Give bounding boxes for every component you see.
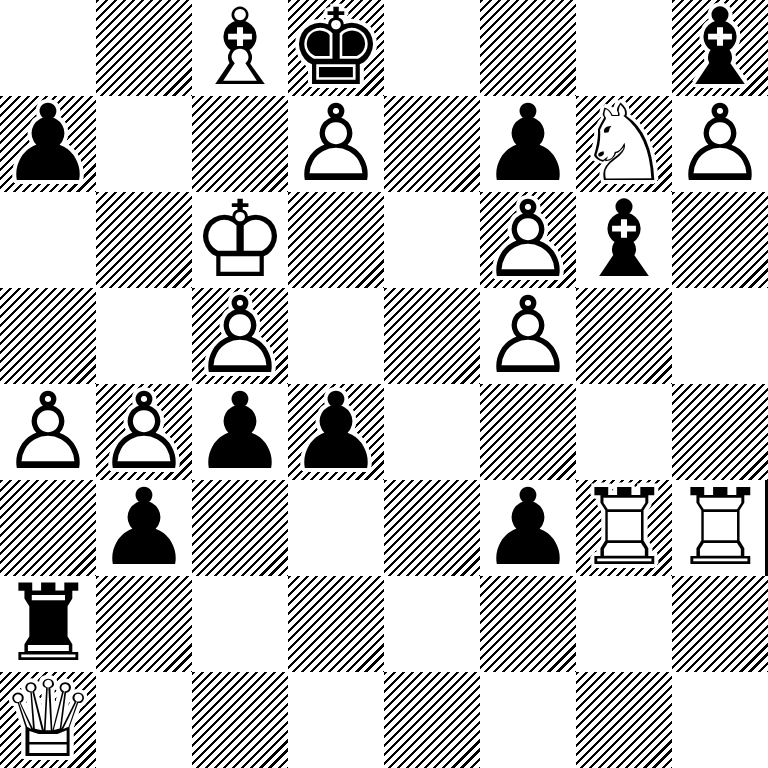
square-b2[interactable]: [96, 576, 192, 672]
white-rook-glyph: ♖: [672, 480, 768, 576]
black-pawn-glyph: ♟: [192, 384, 288, 480]
white-bishop[interactable]: ♝♗: [192, 0, 288, 96]
square-f1[interactable]: [480, 672, 576, 768]
square-e6[interactable]: [384, 192, 480, 288]
square-b7[interactable]: [96, 96, 192, 192]
white-pawn[interactable]: ♟♙: [288, 96, 384, 192]
square-h6[interactable]: [672, 192, 768, 288]
square-d4[interactable]: ♟♟: [288, 384, 384, 480]
white-queen-glyph: ♕: [0, 672, 96, 768]
square-e5[interactable]: [384, 288, 480, 384]
square-c1[interactable]: [192, 672, 288, 768]
chess-board: ♝♗♚♚♝♝♟♟♟♙♟♟♞♘♟♙♚♔♟♙♝♝♟♙♟♙♟♙♟♙♟♟♟♟♟♟♟♟♜♖…: [0, 0, 768, 768]
white-pawn[interactable]: ♟♙: [0, 384, 96, 480]
black-pawn[interactable]: ♟♟: [192, 384, 288, 480]
square-b3[interactable]: ♟♟: [96, 480, 192, 576]
square-a1[interactable]: ♛♕: [0, 672, 96, 768]
square-e1[interactable]: [384, 672, 480, 768]
white-rook-glyph: ♖: [576, 480, 672, 576]
square-g5[interactable]: [576, 288, 672, 384]
black-pawn[interactable]: ♟♟: [0, 96, 96, 192]
square-g3[interactable]: ♜♖: [576, 480, 672, 576]
square-h5[interactable]: [672, 288, 768, 384]
white-pawn-glyph: ♙: [0, 384, 96, 480]
white-pawn[interactable]: ♟♙: [672, 96, 768, 192]
square-b6[interactable]: [96, 192, 192, 288]
square-b1[interactable]: [96, 672, 192, 768]
square-g6[interactable]: ♝♝: [576, 192, 672, 288]
square-f2[interactable]: [480, 576, 576, 672]
square-c3[interactable]: [192, 480, 288, 576]
white-pawn[interactable]: ♟♙: [480, 288, 576, 384]
white-bishop-glyph: ♗: [192, 0, 288, 96]
square-c8[interactable]: ♝♗: [192, 0, 288, 96]
black-bishop-glyph: ♝: [576, 192, 672, 288]
black-pawn-glyph: ♟: [0, 96, 96, 192]
square-e8[interactable]: [384, 0, 480, 96]
square-b8[interactable]: [96, 0, 192, 96]
black-pawn-glyph: ♟: [480, 480, 576, 576]
white-rook[interactable]: ♜♖: [672, 480, 768, 576]
white-pawn-glyph: ♙: [480, 288, 576, 384]
square-e7[interactable]: [384, 96, 480, 192]
square-d7[interactable]: ♟♙: [288, 96, 384, 192]
square-a6[interactable]: [0, 192, 96, 288]
black-bishop[interactable]: ♝♝: [576, 192, 672, 288]
square-f5[interactable]: ♟♙: [480, 288, 576, 384]
white-rook[interactable]: ♜♖: [576, 480, 672, 576]
white-queen[interactable]: ♛♕: [0, 672, 96, 768]
square-h2[interactable]: [672, 576, 768, 672]
black-pawn-glyph: ♟: [288, 384, 384, 480]
square-h3[interactable]: ♜♖: [672, 480, 768, 576]
black-pawn[interactable]: ♟♟: [480, 480, 576, 576]
square-h1[interactable]: [672, 672, 768, 768]
square-e2[interactable]: [384, 576, 480, 672]
square-e4[interactable]: [384, 384, 480, 480]
square-d6[interactable]: [288, 192, 384, 288]
black-pawn[interactable]: ♟♟: [96, 480, 192, 576]
square-h7[interactable]: ♟♙: [672, 96, 768, 192]
black-pawn-glyph: ♟: [96, 480, 192, 576]
white-pawn-glyph: ♙: [288, 96, 384, 192]
white-pawn-glyph: ♙: [672, 96, 768, 192]
square-d3[interactable]: [288, 480, 384, 576]
square-g2[interactable]: [576, 576, 672, 672]
square-c4[interactable]: ♟♟: [192, 384, 288, 480]
square-d2[interactable]: [288, 576, 384, 672]
square-e3[interactable]: [384, 480, 480, 576]
square-f3[interactable]: ♟♟: [480, 480, 576, 576]
square-g1[interactable]: [576, 672, 672, 768]
square-a4[interactable]: ♟♙: [0, 384, 96, 480]
black-pawn[interactable]: ♟♟: [288, 384, 384, 480]
square-a7[interactable]: ♟♟: [0, 96, 96, 192]
square-c2[interactable]: [192, 576, 288, 672]
square-d1[interactable]: [288, 672, 384, 768]
